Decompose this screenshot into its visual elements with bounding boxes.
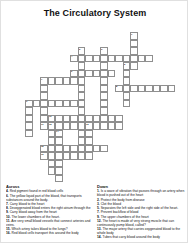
grid-cell[interactable] — [48, 77, 56, 85]
grid-cell[interactable] — [78, 107, 86, 115]
grid-cell[interactable] — [78, 77, 86, 85]
grid-cell[interactable] — [85, 115, 93, 123]
grid-cell[interactable] — [115, 115, 123, 123]
grid-cell[interactable] — [63, 77, 71, 85]
clue-number-label: 7 — [41, 78, 42, 80]
clue-item-text: Carry blood to the heart — [10, 202, 45, 206]
clue-item: 14. Tubes that carry blood around the bo… — [97, 235, 185, 239]
grid-cell[interactable] — [40, 85, 48, 93]
clue-item-text: Which artery takes blood to the lungs? — [12, 227, 68, 231]
grid-cell[interactable] — [70, 122, 78, 130]
grid-cell[interactable] — [138, 85, 146, 93]
clue-item: 1. Is a wave of vibration that passes th… — [97, 189, 185, 197]
grid-cell[interactable] — [123, 85, 131, 93]
grid-cell[interactable] — [40, 107, 48, 115]
grid-cell[interactable] — [93, 70, 101, 78]
crossword-grid: 12345678910111213141516 — [25, 32, 176, 183]
grid-cell[interactable] — [63, 100, 71, 108]
grid-cell[interactable] — [100, 122, 108, 130]
grid-cell[interactable] — [168, 85, 176, 93]
grid-cell[interactable] — [138, 55, 146, 63]
grid-cell[interactable]: 3 — [100, 47, 108, 55]
grid-cell[interactable] — [40, 92, 48, 100]
grid-cell[interactable] — [78, 137, 86, 145]
clue-item-text: Red blood cells transport this around th… — [12, 231, 79, 235]
grid-cell[interactable] — [85, 55, 93, 63]
grid-cell[interactable] — [108, 70, 116, 78]
grid-cell[interactable] — [55, 145, 63, 153]
grid-cell[interactable] — [78, 130, 86, 138]
clue-item-text: Tubes that carry blood around the body — [103, 235, 160, 239]
grid-cell[interactable] — [40, 100, 48, 108]
grid-cell[interactable] — [78, 100, 86, 108]
grid-cell[interactable] — [130, 47, 138, 55]
grid-cell[interactable]: 2 — [78, 47, 86, 55]
grid-cell[interactable] — [63, 145, 71, 153]
clue-item: 16. Red blood cells transport this aroun… — [6, 231, 94, 235]
across-header: Across — [6, 184, 94, 189]
clue-number-label: 3 — [101, 48, 102, 50]
clue-item: 12. The heart is made of very strong mus… — [97, 219, 185, 227]
grid-cell[interactable] — [63, 115, 71, 123]
grid-cell[interactable] — [48, 137, 56, 145]
grid-cell[interactable] — [100, 85, 108, 93]
grid-cell[interactable] — [63, 122, 71, 130]
grid-cell[interactable] — [55, 160, 63, 168]
clue-number-label: 2 — [79, 48, 80, 50]
grid-cell[interactable] — [78, 122, 86, 130]
grid-cell[interactable] — [33, 100, 41, 108]
grid-cell[interactable] — [108, 115, 116, 123]
grid-cell[interactable] — [130, 55, 138, 63]
grid-cell[interactable] — [85, 130, 93, 138]
clue-item-text: Red pigment found in red blood cells — [10, 189, 64, 193]
grid-cell[interactable] — [70, 115, 78, 123]
grid-cell[interactable] — [78, 92, 86, 100]
grid-cell[interactable] — [123, 92, 131, 100]
grid-cell[interactable]: 4 — [70, 55, 78, 63]
grid-cell[interactable] — [123, 100, 131, 108]
clue-number-label: 4 — [71, 55, 72, 57]
grid-cell[interactable] — [70, 77, 78, 85]
grid-cell[interactable] — [100, 92, 108, 100]
grid-cell[interactable]: 11 — [40, 122, 48, 130]
grid-cell[interactable] — [85, 137, 93, 145]
grid-cell[interactable] — [55, 77, 63, 85]
clue-number-label: 13 — [86, 123, 89, 125]
clue-item-text: Carry blood away from the heart — [10, 210, 57, 214]
grid-cell[interactable] — [93, 122, 101, 130]
down-clue-list: 1. Is a wave of vibration that passes th… — [97, 189, 185, 239]
grid-cell[interactable] — [130, 62, 138, 70]
grid-cell[interactable] — [100, 115, 108, 123]
grid-cell[interactable] — [55, 122, 63, 130]
grid-cell[interactable] — [100, 77, 108, 85]
across-clues-section: Across 4. Red pigment found in red blood… — [6, 184, 94, 235]
clue-item-text: Protect the body from disease — [101, 197, 145, 201]
grid-cell[interactable] — [145, 85, 153, 93]
grid-cell[interactable] — [78, 115, 86, 123]
clue-item-text: Are very small blood vessels that connec… — [6, 219, 90, 227]
clue-item-text: Separates the left side and the right si… — [101, 206, 179, 210]
grid-cell[interactable] — [78, 145, 86, 153]
grid-cell[interactable] — [78, 62, 86, 70]
grid-cell[interactable] — [100, 62, 108, 70]
across-clue-list: 4. Red pigment found in red blood cells6… — [6, 189, 94, 235]
clue-item-text: The upper chambers of the heart — [101, 214, 149, 218]
grid-cell[interactable] — [25, 130, 33, 138]
crossword-worksheet: The Circulatory System 12345678910111213… — [0, 0, 188, 243]
clue-item-text: The yellow liquid part of the blood, tha… — [6, 193, 82, 201]
grid-cell[interactable]: 7 — [40, 77, 48, 85]
grid-cell[interactable]: 16 — [40, 152, 48, 160]
grid-cell[interactable] — [55, 167, 63, 175]
grid-cell[interactable] — [63, 152, 71, 160]
grid-cell[interactable]: 13 — [85, 122, 93, 130]
grid-cell[interactable]: 10 — [48, 115, 56, 123]
grid-cell[interactable] — [108, 55, 116, 63]
grid-cell[interactable] — [55, 100, 63, 108]
grid-cell[interactable] — [160, 85, 168, 93]
grid-cell[interactable] — [93, 145, 101, 153]
clue-number-label: 1 — [131, 33, 132, 35]
grid-cell[interactable] — [85, 145, 93, 153]
clue-item: 11. Are very small blood vessels that co… — [6, 219, 94, 227]
grid-cell[interactable] — [78, 85, 86, 93]
grid-cell[interactable] — [123, 55, 131, 63]
grid-cell[interactable] — [93, 115, 101, 123]
grid-cell[interactable] — [78, 152, 86, 160]
grid-cell[interactable]: 5 — [123, 62, 131, 70]
grid-cell[interactable] — [48, 152, 56, 160]
grid-cell[interactable] — [25, 107, 33, 115]
grid-cell[interactable] — [48, 130, 56, 138]
clue-number-label: 11 — [41, 123, 43, 125]
clue-number-label: 16 — [41, 153, 44, 155]
clue-item-text: Prevent backflow of blood — [101, 210, 139, 214]
clue-number-label: 5 — [124, 63, 125, 65]
clue-number-label: 6 — [71, 70, 72, 72]
grid-cell[interactable] — [70, 145, 78, 153]
grid-cell[interactable]: 8 — [115, 85, 123, 93]
clue-number-label: 14 — [56, 130, 59, 132]
grid-cell[interactable] — [48, 160, 56, 168]
grid-cell[interactable] — [145, 55, 153, 63]
grid-cell[interactable] — [55, 175, 63, 183]
grid-cell[interactable] — [78, 70, 86, 78]
grid-cell[interactable] — [55, 137, 63, 145]
grid-cell[interactable] — [70, 152, 78, 160]
grid-cell[interactable] — [123, 70, 131, 78]
clue-item-text: Is a wave of vibration that passes throu… — [97, 189, 184, 197]
grid-cell[interactable] — [70, 100, 78, 108]
clue-number-label: 8 — [116, 85, 117, 87]
grid-cell[interactable] — [48, 167, 56, 175]
page-title: The Circulatory System — [1, 8, 188, 18]
grid-cell[interactable] — [100, 70, 108, 78]
grid-cell[interactable] — [48, 100, 56, 108]
grid-cell[interactable] — [115, 55, 123, 63]
clue-item-text: Clot the blood — [101, 202, 121, 206]
grid-cell[interactable] — [100, 55, 108, 63]
clue-item-text: The major artery that carries oxygenated… — [97, 227, 180, 235]
grid-cell[interactable]: 15 — [40, 145, 48, 153]
grid-cell[interactable] — [55, 152, 63, 160]
grid-cell[interactable]: 9 — [25, 100, 33, 108]
grid-cell[interactable] — [115, 122, 123, 130]
grid-cell[interactable] — [55, 115, 63, 123]
grid-cell[interactable] — [130, 40, 138, 48]
grid-cell[interactable] — [123, 77, 131, 85]
grid-cell[interactable] — [108, 122, 116, 130]
down-clues-section: Down 1. Is a wave of vibration that pass… — [97, 184, 185, 239]
grid-cell[interactable] — [100, 100, 108, 108]
clue-item-text: The heart is made of very strong muscle … — [97, 219, 174, 227]
grid-cell[interactable] — [25, 122, 33, 130]
grid-cell[interactable] — [153, 85, 161, 93]
grid-cell[interactable] — [93, 55, 101, 63]
grid-cell[interactable] — [100, 145, 108, 153]
grid-cell[interactable] — [85, 152, 93, 160]
grid-cell[interactable] — [130, 85, 138, 93]
clue-item: 6. The yellow liquid part of the blood, … — [6, 193, 94, 201]
grid-cell[interactable] — [100, 107, 108, 115]
clue-number-label: 12 — [49, 123, 52, 125]
grid-cell[interactable]: 6 — [70, 70, 78, 78]
clue-number-label: 9 — [26, 100, 27, 102]
grid-cell[interactable]: 1 — [130, 32, 138, 40]
grid-cell[interactable] — [40, 115, 48, 123]
clue-item-text: Deoxygenated blood enters the right atri… — [10, 206, 91, 210]
clue-item-text: The lower chambers of the heart. — [12, 214, 60, 218]
down-header: Down — [97, 184, 185, 189]
clue-number-label: 15 — [41, 145, 44, 147]
grid-cell[interactable] — [48, 145, 56, 153]
grid-cell[interactable]: 14 — [55, 130, 63, 138]
clue-item: 13. The major artery that carries oxygen… — [97, 227, 185, 235]
grid-cell[interactable] — [25, 115, 33, 123]
clue-number-label: 10 — [49, 115, 52, 117]
grid-cell[interactable]: 12 — [48, 122, 56, 130]
grid-cell[interactable] — [78, 55, 86, 63]
grid-cell[interactable] — [85, 70, 93, 78]
